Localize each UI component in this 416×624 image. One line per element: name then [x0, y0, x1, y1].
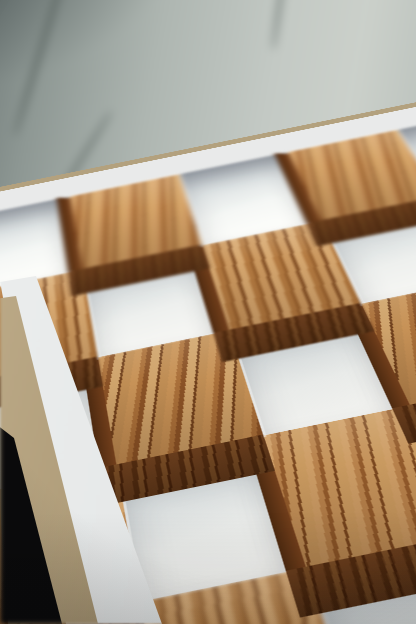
marble-vein — [13, 0, 75, 136]
wood-block-top — [70, 174, 202, 269]
photo-empty-chessboard-scene — [0, 0, 416, 624]
board-square-wood — [70, 174, 202, 269]
board-square-wood — [288, 130, 416, 221]
marble-vein — [272, 0, 292, 50]
wood-block-top — [288, 130, 416, 221]
